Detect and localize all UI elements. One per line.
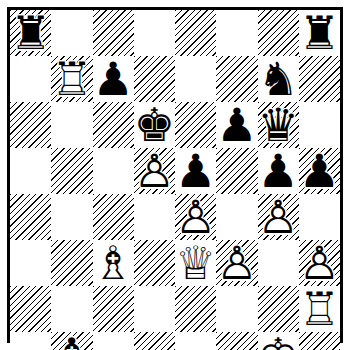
piece-black-pawn[interactable]: ♟♟ [175,148,216,194]
square-e7[interactable] [175,56,216,102]
square-g8[interactable] [258,10,299,56]
square-g7[interactable]: ♞♞ [258,56,299,102]
square-c7[interactable]: ♟♟ [93,56,134,102]
square-h2[interactable]: ♜♖ [299,286,340,332]
square-b2[interactable] [51,286,92,332]
piece-glyph: ♝ [51,332,92,350]
square-f4[interactable] [216,194,257,240]
piece-glyph: ♜ [299,10,340,56]
square-h3[interactable]: ♟♙ [299,240,340,286]
square-g5[interactable]: ♟♟ [258,148,299,194]
piece-white-pawn[interactable]: ♟♙ [299,240,340,286]
square-c8[interactable] [93,10,134,56]
square-c5[interactable] [93,148,134,194]
square-g6[interactable]: ♛♛ [258,102,299,148]
square-c6[interactable] [93,102,134,148]
square-e6[interactable] [175,102,216,148]
square-h4[interactable] [299,194,340,240]
piece-black-pawn[interactable]: ♟♟ [258,148,299,194]
square-a8[interactable]: ♜♜ [10,10,51,56]
square-e8[interactable] [175,10,216,56]
piece-glyph: ♟ [216,102,257,148]
square-a2[interactable] [10,286,51,332]
piece-black-pawn[interactable]: ♟♟ [216,102,257,148]
square-d1[interactable] [134,332,175,350]
square-h7[interactable] [299,56,340,102]
square-g4[interactable]: ♟♙ [258,194,299,240]
square-e4[interactable]: ♟♙ [175,194,216,240]
square-a3[interactable] [10,240,51,286]
piece-white-pawn[interactable]: ♟♙ [134,148,175,194]
piece-black-pawn[interactable]: ♟♟ [93,56,134,102]
piece-glyph: ♖ [299,286,340,332]
piece-white-rook[interactable]: ♜♖ [51,56,92,102]
piece-glyph: ♙ [134,148,175,194]
square-a1[interactable] [10,332,51,350]
piece-black-bishop[interactable]: ♝♝ [51,332,92,350]
square-h6[interactable] [299,102,340,148]
square-a4[interactable] [10,194,51,240]
piece-glyph: ♙ [258,194,299,240]
square-f2[interactable] [216,286,257,332]
square-f7[interactable] [216,56,257,102]
square-b5[interactable] [51,148,92,194]
piece-black-rook[interactable]: ♜♜ [299,10,340,56]
piece-white-pawn[interactable]: ♟♙ [258,194,299,240]
square-f8[interactable] [216,10,257,56]
square-f1[interactable] [216,332,257,350]
square-h5[interactable]: ♟♟ [299,148,340,194]
square-b7[interactable]: ♜♖ [51,56,92,102]
piece-glyph: ♟ [93,56,134,102]
square-c1[interactable] [93,332,134,350]
square-g2[interactable] [258,286,299,332]
square-e1[interactable] [175,332,216,350]
square-d7[interactable] [134,56,175,102]
piece-white-king[interactable]: ♚♔ [258,332,299,350]
square-a7[interactable] [10,56,51,102]
square-d2[interactable] [134,286,175,332]
piece-glyph: ♞ [258,56,299,102]
square-e3[interactable]: ♛♕ [175,240,216,286]
square-c3[interactable]: ♝♗ [93,240,134,286]
piece-glyph: ♟ [299,148,340,194]
piece-glyph: ♙ [216,240,257,286]
square-a6[interactable] [10,102,51,148]
square-e2[interactable] [175,286,216,332]
square-g3[interactable] [258,240,299,286]
square-c4[interactable] [93,194,134,240]
piece-glyph: ♙ [175,194,216,240]
chess-diagram: ♜♜♜♜♜♖♟♟♞♞♚♚♟♟♛♛♟♙♟♟♟♟♟♟♟♙♟♙♝♗♛♕♟♙♟♙♜♖♝♝… [0,0,350,350]
piece-glyph: ♟ [175,148,216,194]
piece-glyph: ♙ [299,240,340,286]
square-d4[interactable] [134,194,175,240]
piece-glyph: ♕ [175,240,216,286]
square-g1[interactable]: ♚♔ [258,332,299,350]
square-b6[interactable] [51,102,92,148]
chessboard: ♜♜♜♜♜♖♟♟♞♞♚♚♟♟♛♛♟♙♟♟♟♟♟♟♟♙♟♙♝♗♛♕♟♙♟♙♜♖♝♝… [7,7,343,343]
square-b3[interactable] [51,240,92,286]
piece-white-queen[interactable]: ♛♕ [175,240,216,286]
piece-glyph: ♜ [10,10,51,56]
square-d5[interactable]: ♟♙ [134,148,175,194]
piece-glyph: ♛ [258,102,299,148]
square-b4[interactable] [51,194,92,240]
piece-white-rook[interactable]: ♜♖ [299,286,340,332]
square-c2[interactable] [93,286,134,332]
piece-black-knight[interactable]: ♞♞ [258,56,299,102]
square-d8[interactable] [134,10,175,56]
piece-glyph: ♔ [258,332,299,350]
square-a5[interactable] [10,148,51,194]
piece-white-bishop[interactable]: ♝♗ [93,240,134,286]
square-h8[interactable]: ♜♜ [299,10,340,56]
square-f5[interactable] [216,148,257,194]
square-d3[interactable] [134,240,175,286]
piece-black-pawn[interactable]: ♟♟ [299,148,340,194]
piece-glyph: ♖ [51,56,92,102]
square-b8[interactable] [51,10,92,56]
piece-glyph: ♗ [93,240,134,286]
piece-black-king[interactable]: ♚♚ [134,102,175,148]
piece-black-rook[interactable]: ♜♜ [10,10,51,56]
square-d6[interactable]: ♚♚ [134,102,175,148]
piece-black-queen[interactable]: ♛♛ [258,102,299,148]
square-e5[interactable]: ♟♟ [175,148,216,194]
square-f3[interactable]: ♟♙ [216,240,257,286]
square-b1[interactable]: ♝♝ [51,332,92,350]
piece-white-pawn[interactable]: ♟♙ [216,240,257,286]
piece-white-pawn[interactable]: ♟♙ [175,194,216,240]
piece-glyph: ♚ [134,102,175,148]
square-f6[interactable]: ♟♟ [216,102,257,148]
piece-glyph: ♟ [258,148,299,194]
